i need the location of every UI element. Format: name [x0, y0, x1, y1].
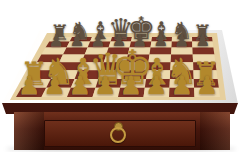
piece-pewter-pawn: ♟ — [49, 32, 64, 49]
piece-brass-pawn: ♟ — [120, 73, 143, 98]
piece-brass-pawn: ♟ — [145, 73, 168, 98]
piece-pewter-pawn: ♟ — [70, 32, 85, 49]
piece-pewter-pawn: ♟ — [195, 32, 210, 49]
case-corner-right — [200, 112, 230, 150]
piece-brass-pawn: ♟ — [94, 73, 117, 98]
piece-brass-pawn: ♟ — [196, 73, 219, 98]
piece-brass-pawn: ♟ — [69, 73, 92, 98]
piece-brass-pawn: ♟ — [43, 73, 66, 98]
piece-pewter-pawn: ♟ — [175, 32, 190, 49]
case-corner-left — [14, 112, 44, 150]
chess-set-photo: ♜♞♝♛♚♝♞♜♟♟♟♟♟♟♟♟♜♞♝♛♚♝♞♜♟♟♟♟♟♟♟♟ — [0, 0, 240, 152]
piece-pewter-pawn: ♟ — [154, 32, 169, 49]
piece-brass-pawn: ♟ — [18, 73, 41, 98]
drawer-ring-pull-icon — [110, 127, 126, 143]
piece-brass-pawn: ♟ — [170, 73, 193, 98]
